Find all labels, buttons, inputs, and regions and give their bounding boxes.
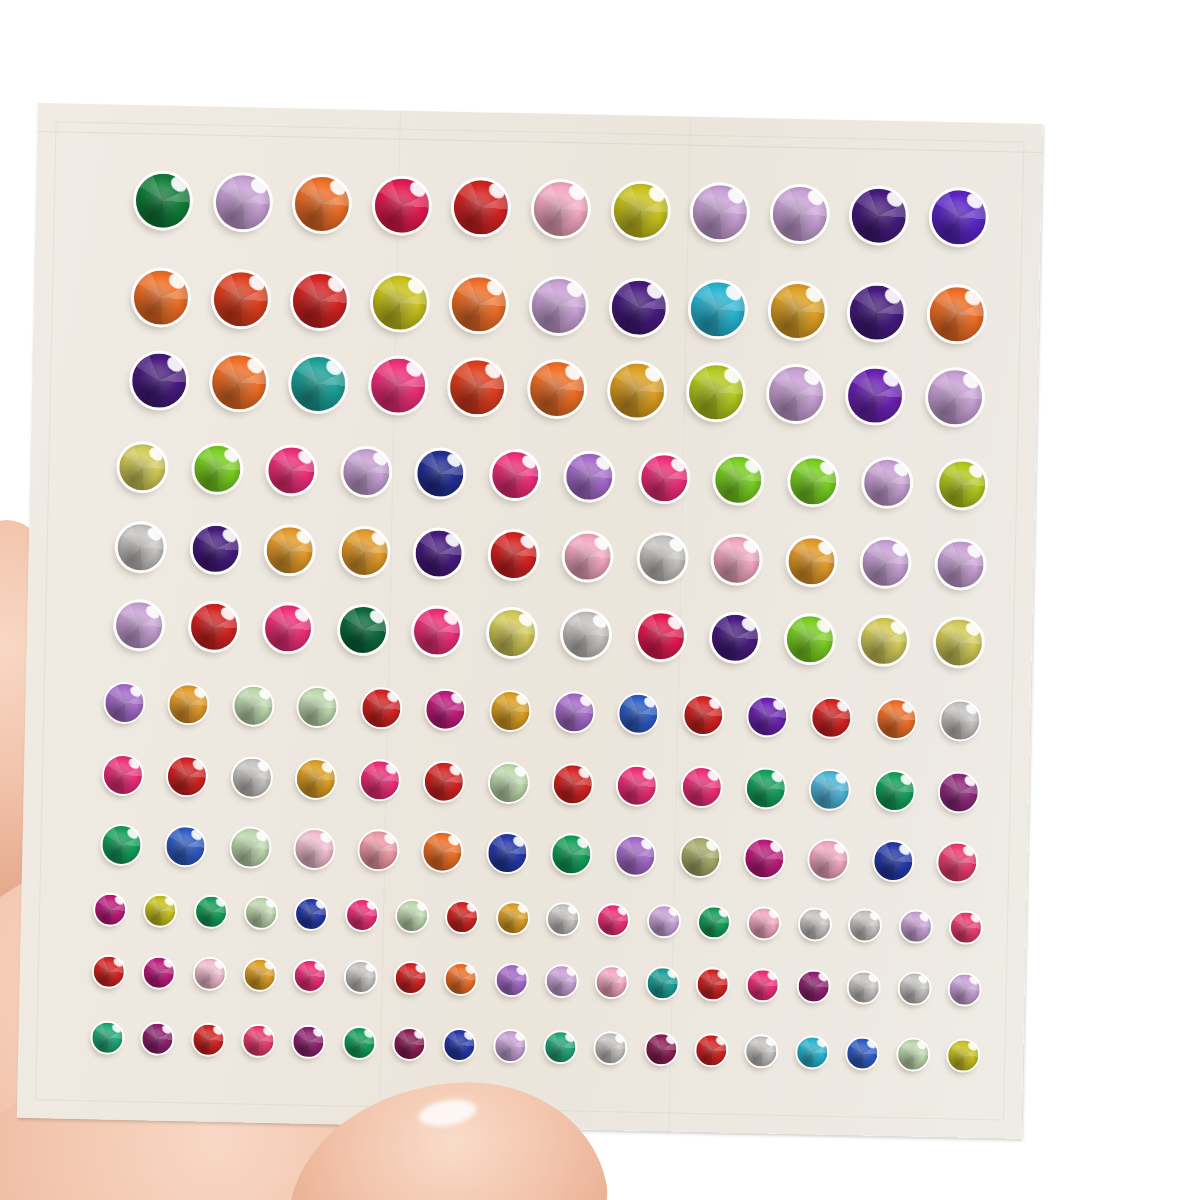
gem-chartreuse xyxy=(689,365,744,420)
gem-silver xyxy=(548,904,579,935)
gem-hotpink xyxy=(370,358,425,413)
gem-dkpurple xyxy=(415,530,462,577)
film-edge-line xyxy=(37,131,1042,153)
gem-hotpink xyxy=(414,608,461,655)
gem-magenta xyxy=(95,894,126,925)
gem-gold xyxy=(609,363,664,418)
gem-lilac xyxy=(531,278,586,333)
gem-grid xyxy=(38,103,1043,124)
gem-magenta xyxy=(745,839,784,878)
gem-row-12 xyxy=(92,1022,978,1071)
gem-silver xyxy=(746,1036,777,1067)
gem-row-4 xyxy=(119,444,986,508)
gem-pink xyxy=(597,967,628,998)
gem-palegreen xyxy=(246,898,277,929)
gem-yellow xyxy=(372,275,427,330)
gem-row-9 xyxy=(102,826,977,882)
gem-lilac xyxy=(927,370,982,425)
gem-paleyellow xyxy=(119,444,166,491)
gem-paleyellow xyxy=(861,617,908,664)
gem-hotpink xyxy=(268,447,315,494)
gem-lightpink xyxy=(295,830,334,869)
gem-violet xyxy=(931,190,986,245)
gem-orchid xyxy=(105,684,144,723)
gem-rose xyxy=(938,843,977,882)
gem-silver xyxy=(563,611,610,658)
gem-royalblue xyxy=(488,834,527,873)
gem-palegreen xyxy=(298,688,337,727)
gem-silver xyxy=(345,962,376,993)
gem-lilac xyxy=(648,906,679,937)
gem-row-10 xyxy=(95,894,981,943)
gem-pink xyxy=(564,533,611,580)
gem-pink xyxy=(809,840,848,879)
gem-orange xyxy=(133,270,188,325)
gem-orange xyxy=(876,700,915,739)
gem-red xyxy=(168,757,207,796)
gem-row-11 xyxy=(94,956,980,1005)
gem-lime xyxy=(193,445,240,492)
gem-skyblue xyxy=(811,770,850,809)
gem-orchid xyxy=(496,965,527,996)
gem-silver xyxy=(639,535,686,582)
gem-purple xyxy=(848,368,903,423)
gem-green xyxy=(135,173,190,228)
gem-hotpink xyxy=(682,768,721,807)
gem-blue xyxy=(166,827,205,866)
gem-teal xyxy=(647,968,678,999)
gem-pink xyxy=(533,181,588,236)
gem-lilac xyxy=(768,366,823,421)
gem-cyan xyxy=(690,282,745,337)
gem-red xyxy=(490,532,537,579)
gem-paleyellow xyxy=(488,610,535,657)
gem-dkpurple xyxy=(852,188,907,243)
gem-lightpink xyxy=(194,958,225,989)
gem-red xyxy=(684,696,723,735)
gem-maroon xyxy=(646,1034,677,1065)
gem-emerald xyxy=(102,826,141,865)
gem-red xyxy=(425,762,464,801)
gem-hotpink xyxy=(265,605,312,652)
gem-red xyxy=(396,963,427,994)
gem-darkmagenta xyxy=(142,1023,173,1054)
gem-orange xyxy=(211,355,266,410)
gem-magenta xyxy=(144,957,175,988)
gem-amber xyxy=(341,528,388,575)
gem-dkpurple xyxy=(132,353,187,408)
gem-lilac xyxy=(862,539,909,586)
gem-rose xyxy=(243,1026,274,1057)
gem-yellow xyxy=(948,1040,979,1071)
gem-navy xyxy=(417,450,464,497)
gem-chartreuse xyxy=(939,461,986,508)
gem-row-5 xyxy=(117,524,984,588)
gem-amber xyxy=(788,538,835,585)
gem-salmon xyxy=(359,831,398,870)
gem-gold xyxy=(770,283,825,338)
gem-maroon xyxy=(394,1029,425,1060)
gem-emerald xyxy=(746,769,785,808)
gem-silver xyxy=(899,973,930,1004)
gem-lilac xyxy=(215,175,270,230)
gem-darkmagenta xyxy=(293,1027,324,1058)
gem-crimson xyxy=(374,178,429,233)
gem-seagreen xyxy=(545,1032,576,1063)
gem-silver xyxy=(799,909,830,940)
gem-dkpurple xyxy=(611,280,666,335)
gem-lilac xyxy=(495,1031,526,1062)
gem-blue xyxy=(619,694,658,733)
gem-gold xyxy=(296,760,335,799)
gem-lilac xyxy=(864,459,911,506)
gem-lilac xyxy=(937,541,984,588)
gem-yellow xyxy=(613,183,668,238)
gem-lilac xyxy=(900,911,931,942)
gem-lilac xyxy=(692,185,747,240)
gem-orange xyxy=(446,964,477,995)
gem-red xyxy=(554,765,593,804)
gem-orchid xyxy=(616,836,655,875)
gem-purple xyxy=(748,697,787,736)
gem-red xyxy=(696,1035,727,1066)
gem-emerald xyxy=(344,1028,375,1059)
gem-hotpink xyxy=(361,761,400,800)
gem-hotpink xyxy=(748,970,779,1001)
gem-row-8 xyxy=(104,756,979,812)
gem-orchid xyxy=(566,453,613,500)
gem-silver xyxy=(595,1033,626,1064)
gem-hotpink xyxy=(346,900,377,931)
gem-lilac xyxy=(342,448,389,495)
gem-orange xyxy=(929,287,984,342)
gem-lilac xyxy=(949,974,980,1005)
gem-hotpink xyxy=(598,905,629,936)
gem-orchid xyxy=(555,693,594,732)
gem-red xyxy=(190,603,237,650)
gem-palegreen xyxy=(897,1039,928,1070)
gem-plum xyxy=(939,773,978,812)
gem-silver xyxy=(849,972,880,1003)
gem-orange xyxy=(452,277,507,332)
gem-emerald xyxy=(875,772,914,811)
gem-red xyxy=(698,969,729,1000)
gem-amber xyxy=(266,527,313,574)
gem-yellow xyxy=(145,895,176,926)
gem-row-3 xyxy=(132,353,983,425)
gem-orangered xyxy=(450,360,505,415)
gem-orange xyxy=(530,361,585,416)
gem-lime xyxy=(790,458,837,505)
gem-lilac xyxy=(772,186,827,241)
gem-pink xyxy=(749,908,780,939)
gem-hotpink xyxy=(104,756,143,795)
gem-red xyxy=(193,1024,224,1055)
gem-hotpink xyxy=(491,452,538,499)
gem-hotpink xyxy=(641,455,688,502)
gem-lime xyxy=(715,456,762,503)
gem-palegreen xyxy=(397,901,428,932)
gem-paleyellow xyxy=(935,619,982,666)
gem-palegreen xyxy=(234,686,273,725)
gem-dkpurple xyxy=(850,285,905,340)
gem-rose xyxy=(950,912,981,943)
gem-red xyxy=(812,698,851,737)
gem-orange xyxy=(295,176,350,231)
gem-silver xyxy=(850,910,881,941)
gem-row-7 xyxy=(105,684,980,740)
gem-row-1 xyxy=(135,173,986,245)
gem-royalblue xyxy=(873,842,912,881)
gem-row-2 xyxy=(133,270,984,342)
gem-amber xyxy=(169,685,208,724)
gem-emerald xyxy=(195,896,226,927)
gem-row-6 xyxy=(116,602,983,666)
gem-silver xyxy=(117,524,164,571)
gem-silver xyxy=(232,758,271,797)
gem-teal xyxy=(291,356,346,411)
gem-red xyxy=(454,180,509,235)
gem-dkpurple xyxy=(712,614,759,661)
gem-blue xyxy=(847,1038,878,1069)
gem-red xyxy=(94,956,125,987)
gem-emerald xyxy=(552,835,591,874)
gem-palegreen xyxy=(489,764,528,803)
gem-gold xyxy=(491,692,530,731)
gem-gold xyxy=(497,903,528,934)
gem-crimson xyxy=(637,613,684,660)
gem-lilac xyxy=(547,966,578,997)
gem-seagreen xyxy=(92,1022,123,1053)
gem-dkpurple xyxy=(192,525,239,572)
photo-stage xyxy=(0,0,1200,1200)
gem-cyan xyxy=(797,1037,828,1068)
gem-palegreen xyxy=(231,828,270,867)
gem-hotpink xyxy=(618,766,657,805)
gem-silver xyxy=(941,701,980,740)
gem-emerald xyxy=(699,907,730,938)
gem-red xyxy=(362,689,401,728)
gem-lilac xyxy=(116,602,163,649)
gem-lime xyxy=(786,616,833,663)
sticker-sheet xyxy=(17,103,1043,1139)
gem-red xyxy=(293,273,348,328)
gem-darkgreen xyxy=(339,606,386,653)
gem-pink xyxy=(713,536,760,583)
gem-orangered xyxy=(213,272,268,327)
gem-orange xyxy=(424,832,463,871)
gem-royalblue xyxy=(296,899,327,930)
gem-magenta xyxy=(426,690,465,729)
gem-khaki xyxy=(681,838,720,877)
gem-red xyxy=(447,902,478,933)
gem-hotpink xyxy=(295,961,326,992)
gem-gold xyxy=(245,960,276,991)
gem-royalblue xyxy=(444,1030,475,1061)
gem-darkmagenta xyxy=(798,971,829,1002)
